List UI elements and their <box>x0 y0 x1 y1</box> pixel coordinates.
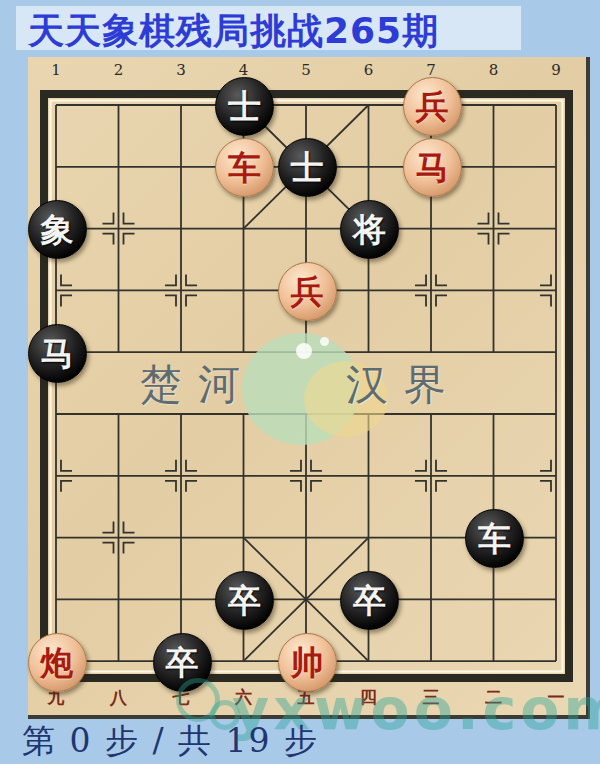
river-label-right: 汉界 <box>346 357 462 413</box>
piece-black-soldier[interactable]: 卒 <box>215 571 274 630</box>
top-column-label: 2 <box>107 61 131 79</box>
bottom-column-label: 八 <box>106 686 132 709</box>
piece-black-advisor[interactable]: 士 <box>215 77 274 136</box>
river-bubble <box>296 343 312 359</box>
top-column-label: 1 <box>44 61 68 79</box>
move-counter: 第 0 步 / 共 19 步 <box>22 719 319 764</box>
piece-black-general[interactable]: 将 <box>340 200 399 259</box>
top-column-label: 5 <box>294 61 318 79</box>
piece-black-soldier[interactable]: 卒 <box>340 571 399 630</box>
piece-black-horse[interactable]: 马 <box>28 324 87 383</box>
page-title: 天天象棋残局挑战265期 <box>28 7 439 56</box>
top-column-label: 3 <box>169 61 193 79</box>
river-label-left: 楚河 <box>140 357 256 413</box>
piece-black-advisor[interactable]: 士 <box>278 138 337 197</box>
piece-red-soldier[interactable]: 兵 <box>403 77 462 136</box>
piece-red-horse[interactable]: 马 <box>403 138 462 197</box>
top-column-label: 9 <box>544 61 568 79</box>
river-bubble2 <box>320 337 329 346</box>
piece-black-elephant[interactable]: 象 <box>28 200 87 259</box>
piece-black-chariot[interactable]: 车 <box>465 509 524 568</box>
xiangqi-app: 天天象棋残局挑战265期 123456789 楚河 汉界 九八七六五四三二一 士… <box>0 0 600 764</box>
piece-red-cannon[interactable]: 炮 <box>28 633 87 692</box>
piece-red-soldier[interactable]: 兵 <box>278 262 337 321</box>
piece-red-chariot[interactable]: 车 <box>215 138 274 197</box>
top-column-label: 8 <box>482 61 506 79</box>
top-column-label: 6 <box>357 61 381 79</box>
